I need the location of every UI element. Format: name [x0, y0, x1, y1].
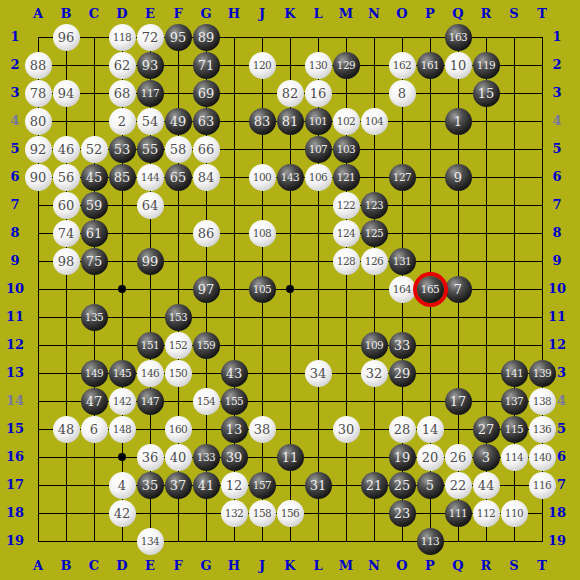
black-stone-O16: 19: [389, 444, 416, 471]
column-label-C: C: [80, 6, 108, 22]
white-stone-Q2: 10: [445, 52, 472, 79]
white-stone-F13: 150: [165, 360, 192, 387]
white-stone-D14: 142: [109, 388, 136, 415]
black-stone-N17: 21: [361, 472, 388, 499]
white-stone-D2: 62: [109, 52, 136, 79]
black-stone-L4: 101: [305, 108, 332, 135]
white-stone-F5: 58: [165, 136, 192, 163]
black-stone-E9: 99: [137, 248, 164, 275]
black-stone-G4: 63: [193, 108, 220, 135]
white-stone-D4: 2: [109, 108, 136, 135]
white-stone-Q17: 22: [445, 472, 472, 499]
black-stone-F4: 49: [165, 108, 192, 135]
black-stone-Q10: 7: [445, 276, 472, 303]
white-stone-E6: 144: [137, 164, 164, 191]
white-stone-E13: 146: [137, 360, 164, 387]
black-stone-H13: 43: [221, 360, 248, 387]
column-label-P: P: [416, 6, 444, 22]
black-stone-N8: 125: [361, 220, 388, 247]
white-stone-F12: 152: [165, 332, 192, 359]
white-stone-D15: 148: [109, 416, 136, 443]
black-stone-F6: 65: [165, 164, 192, 191]
white-stone-B6: 56: [53, 164, 80, 191]
white-stone-B9: 98: [53, 248, 80, 275]
stones-layer: 1234567891011121314151617192021222325262…: [24, 23, 556, 555]
column-label-L: L: [304, 558, 332, 574]
black-stone-E12: 151: [137, 332, 164, 359]
column-label-N: N: [360, 6, 388, 22]
white-stone-B8: 74: [53, 220, 80, 247]
star-point-D16: [118, 453, 126, 461]
column-label-M: M: [332, 558, 360, 574]
black-stone-E2: 93: [137, 52, 164, 79]
black-stone-G17: 41: [193, 472, 220, 499]
white-stone-E19: 134: [137, 528, 164, 555]
black-stone-Q1: 163: [445, 24, 472, 51]
white-stone-T14: 138: [529, 388, 556, 415]
white-stone-D18: 42: [109, 500, 136, 527]
black-stone-E17: 35: [137, 472, 164, 499]
black-stone-G10: 97: [193, 276, 220, 303]
last-move-black-stone-P10: 165: [417, 276, 444, 303]
column-label-M: M: [332, 6, 360, 22]
black-stone-M2: 129: [333, 52, 360, 79]
black-stone-Q14: 17: [445, 388, 472, 415]
white-stone-B1: 96: [53, 24, 80, 51]
column-label-C: C: [80, 558, 108, 574]
black-stone-M5: 103: [333, 136, 360, 163]
column-label-G: G: [192, 558, 220, 574]
white-stone-L6: 106: [305, 164, 332, 191]
bottom-coordinate-labels: ABCDEFGHJKLMNOPQRST: [24, 558, 556, 574]
white-stone-R17: 44: [473, 472, 500, 499]
column-label-H: H: [220, 6, 248, 22]
black-stone-P2: 161: [417, 52, 444, 79]
black-stone-L5: 107: [305, 136, 332, 163]
column-label-L: L: [304, 6, 332, 22]
white-stone-E7: 64: [137, 192, 164, 219]
white-stone-A2: 88: [25, 52, 52, 79]
black-stone-K16: 11: [277, 444, 304, 471]
white-stone-S16: 114: [501, 444, 528, 471]
white-stone-M4: 102: [333, 108, 360, 135]
white-stone-T16: 140: [529, 444, 556, 471]
column-label-F: F: [164, 558, 192, 574]
column-label-A: A: [24, 6, 52, 22]
black-stone-K6: 143: [277, 164, 304, 191]
black-stone-C11: 135: [81, 304, 108, 331]
black-stone-F1: 95: [165, 24, 192, 51]
black-stone-C13: 149: [81, 360, 108, 387]
white-stone-G14: 154: [193, 388, 220, 415]
column-label-T: T: [528, 6, 556, 22]
black-stone-N12: 109: [361, 332, 388, 359]
column-label-D: D: [108, 6, 136, 22]
black-stone-Q18: 111: [445, 500, 472, 527]
black-stone-O13: 29: [389, 360, 416, 387]
black-stone-L17: 31: [305, 472, 332, 499]
column-label-T: T: [528, 558, 556, 574]
white-stone-L13: 34: [305, 360, 332, 387]
column-label-N: N: [360, 558, 388, 574]
black-stone-J4: 83: [249, 108, 276, 135]
black-stone-R16: 3: [473, 444, 500, 471]
black-stone-O12: 33: [389, 332, 416, 359]
black-stone-P17: 5: [417, 472, 444, 499]
black-stone-C7: 59: [81, 192, 108, 219]
black-stone-G2: 71: [193, 52, 220, 79]
star-point-D10: [118, 285, 126, 293]
white-stone-O15: 28: [389, 416, 416, 443]
black-stone-G12: 159: [193, 332, 220, 359]
white-stone-J15: 38: [249, 416, 276, 443]
black-stone-R3: 15: [473, 80, 500, 107]
white-stone-O3: 8: [389, 80, 416, 107]
black-stone-H15: 13: [221, 416, 248, 443]
white-stone-M8: 124: [333, 220, 360, 247]
white-stone-N4: 104: [361, 108, 388, 135]
black-stone-C6: 45: [81, 164, 108, 191]
column-label-R: R: [472, 6, 500, 22]
column-label-H: H: [220, 558, 248, 574]
black-stone-H16: 39: [221, 444, 248, 471]
white-stone-J2: 120: [249, 52, 276, 79]
white-stone-J18: 158: [249, 500, 276, 527]
white-stone-P16: 20: [417, 444, 444, 471]
black-stone-D13: 145: [109, 360, 136, 387]
black-stone-M6: 121: [333, 164, 360, 191]
white-stone-C5: 52: [81, 136, 108, 163]
white-stone-L3: 16: [305, 80, 332, 107]
black-stone-E5: 55: [137, 136, 164, 163]
black-stone-G16: 133: [193, 444, 220, 471]
black-stone-O9: 131: [389, 248, 416, 275]
white-stone-M15: 30: [333, 416, 360, 443]
white-stone-N9: 126: [361, 248, 388, 275]
column-label-Q: Q: [444, 558, 472, 574]
black-stone-N7: 123: [361, 192, 388, 219]
white-stone-O10: 164: [389, 276, 416, 303]
column-label-D: D: [108, 558, 136, 574]
black-stone-J10: 105: [249, 276, 276, 303]
white-stone-E4: 54: [137, 108, 164, 135]
white-stone-R18: 112: [473, 500, 500, 527]
column-label-Q: Q: [444, 6, 472, 22]
white-stone-D3: 68: [109, 80, 136, 107]
black-stone-G3: 69: [193, 80, 220, 107]
star-point-K10: [286, 285, 294, 293]
black-stone-Q6: 9: [445, 164, 472, 191]
column-label-A: A: [24, 558, 52, 574]
white-stone-E16: 36: [137, 444, 164, 471]
white-stone-A6: 90: [25, 164, 52, 191]
white-stone-O2: 162: [389, 52, 416, 79]
black-stone-J17: 157: [249, 472, 276, 499]
white-stone-B5: 46: [53, 136, 80, 163]
black-stone-S14: 137: [501, 388, 528, 415]
white-stone-T17: 116: [529, 472, 556, 499]
column-label-O: O: [388, 558, 416, 574]
white-stone-K18: 156: [277, 500, 304, 527]
black-stone-C14: 47: [81, 388, 108, 415]
white-stone-T15: 136: [529, 416, 556, 443]
white-stone-L2: 130: [305, 52, 332, 79]
column-label-E: E: [136, 6, 164, 22]
black-stone-Q4: 1: [445, 108, 472, 135]
black-stone-D6: 85: [109, 164, 136, 191]
column-label-E: E: [136, 558, 164, 574]
column-label-F: F: [164, 6, 192, 22]
go-board: ABCDEFGHJKLMNOPQRST ABCDEFGHJKLMNOPQRST …: [0, 0, 580, 580]
white-stone-A5: 92: [25, 136, 52, 163]
black-stone-K4: 81: [277, 108, 304, 135]
column-label-G: G: [192, 6, 220, 22]
white-stone-N13: 32: [361, 360, 388, 387]
black-stone-G1: 89: [193, 24, 220, 51]
black-stone-R15: 27: [473, 416, 500, 443]
white-stone-F16: 40: [165, 444, 192, 471]
black-stone-P19: 113: [417, 528, 444, 555]
column-label-S: S: [500, 6, 528, 22]
white-stone-M9: 128: [333, 248, 360, 275]
black-stone-H14: 155: [221, 388, 248, 415]
white-stone-M7: 122: [333, 192, 360, 219]
black-stone-C9: 75: [81, 248, 108, 275]
black-stone-D5: 53: [109, 136, 136, 163]
column-label-K: K: [276, 558, 304, 574]
white-stone-C15: 6: [81, 416, 108, 443]
column-label-P: P: [416, 558, 444, 574]
black-stone-T13: 139: [529, 360, 556, 387]
white-stone-A4: 80: [25, 108, 52, 135]
black-stone-F17: 37: [165, 472, 192, 499]
white-stone-G8: 86: [193, 220, 220, 247]
black-stone-S15: 115: [501, 416, 528, 443]
column-label-K: K: [276, 6, 304, 22]
black-stone-E14: 147: [137, 388, 164, 415]
column-label-J: J: [248, 558, 276, 574]
white-stone-B15: 48: [53, 416, 80, 443]
black-stone-O18: 23: [389, 500, 416, 527]
white-stone-G5: 66: [193, 136, 220, 163]
column-label-J: J: [248, 6, 276, 22]
column-label-R: R: [472, 558, 500, 574]
black-stone-R2: 119: [473, 52, 500, 79]
column-label-B: B: [52, 6, 80, 22]
column-label-O: O: [388, 6, 416, 22]
white-stone-P15: 14: [417, 416, 444, 443]
white-stone-H18: 132: [221, 500, 248, 527]
white-stone-G6: 84: [193, 164, 220, 191]
black-stone-O17: 25: [389, 472, 416, 499]
white-stone-D1: 118: [109, 24, 136, 51]
white-stone-Q16: 26: [445, 444, 472, 471]
white-stone-K3: 82: [277, 80, 304, 107]
white-stone-A3: 78: [25, 80, 52, 107]
black-stone-F11: 153: [165, 304, 192, 331]
black-stone-S13: 141: [501, 360, 528, 387]
white-stone-J8: 108: [249, 220, 276, 247]
white-stone-J6: 100: [249, 164, 276, 191]
white-stone-D17: 4: [109, 472, 136, 499]
white-stone-H17: 12: [221, 472, 248, 499]
white-stone-B7: 60: [53, 192, 80, 219]
white-stone-B3: 94: [53, 80, 80, 107]
black-stone-E3: 117: [137, 80, 164, 107]
black-stone-C8: 61: [81, 220, 108, 247]
column-label-B: B: [52, 558, 80, 574]
black-stone-O6: 127: [389, 164, 416, 191]
white-stone-E1: 72: [137, 24, 164, 51]
column-label-S: S: [500, 558, 528, 574]
top-coordinate-labels: ABCDEFGHJKLMNOPQRST: [24, 6, 556, 22]
white-stone-S18: 110: [501, 500, 528, 527]
white-stone-F15: 160: [165, 416, 192, 443]
